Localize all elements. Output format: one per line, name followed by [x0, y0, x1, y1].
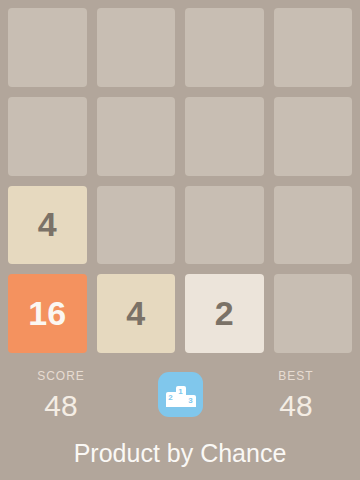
- empty-cell: [185, 8, 264, 87]
- empty-cell: [274, 274, 353, 353]
- podium-rank-2: 2: [166, 392, 176, 407]
- leaderboard-button[interactable]: 2 1 3: [158, 372, 203, 417]
- empty-cell: [185, 186, 264, 265]
- score-panel: SCORE 48: [19, 362, 103, 421]
- tile-2: 2: [185, 274, 264, 353]
- podium-rank-1: 1: [176, 386, 186, 407]
- best-value: 48: [254, 391, 338, 421]
- empty-cell: [274, 186, 353, 265]
- empty-cell: [97, 186, 176, 265]
- tile-4: 4: [8, 186, 87, 265]
- empty-cell: [97, 97, 176, 176]
- empty-cell: [97, 8, 176, 87]
- tile-4: 4: [97, 274, 176, 353]
- empty-cell: [274, 97, 353, 176]
- empty-cell: [185, 97, 264, 176]
- footer-credit: Product by Chance: [0, 438, 360, 468]
- podium-rank-3: 3: [186, 395, 196, 407]
- empty-cell: [274, 8, 353, 87]
- game-screen: { "game": "2048", "position": { "rows": …: [0, 0, 360, 480]
- best-label: BEST: [254, 369, 338, 383]
- score-value: 48: [19, 391, 103, 421]
- empty-cell: [8, 8, 87, 87]
- empty-cell: [8, 97, 87, 176]
- best-panel: BEST 48: [254, 362, 338, 421]
- board-grid[interactable]: 41642: [8, 8, 352, 353]
- score-label: SCORE: [19, 369, 103, 383]
- podium-icon: 2 1 3: [166, 386, 196, 407]
- tile-16: 16: [8, 274, 87, 353]
